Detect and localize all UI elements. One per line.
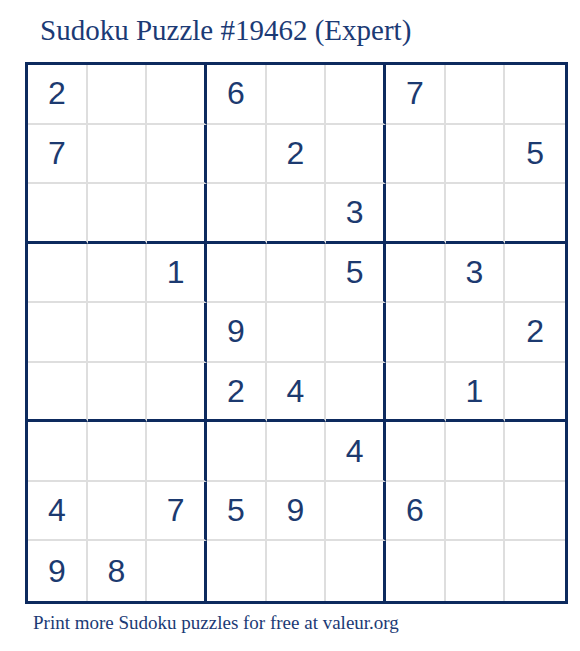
cell-r3c6: 3 — [326, 184, 386, 244]
cell-r2c6 — [326, 125, 386, 185]
cell-r8c9 — [505, 482, 565, 542]
cell-r5c5 — [267, 303, 327, 363]
cell-r3c7 — [386, 184, 446, 244]
cell-r9c1: 9 — [28, 541, 88, 601]
cell-r8c2 — [88, 482, 148, 542]
cell-r5c3 — [147, 303, 207, 363]
cell-r1c8 — [446, 65, 506, 125]
cell-r1c3 — [147, 65, 207, 125]
cell-r9c7 — [386, 541, 446, 601]
cell-r4c6: 5 — [326, 244, 386, 304]
cell-r6c5: 4 — [267, 363, 327, 423]
cell-r8c5: 9 — [267, 482, 327, 542]
cell-r3c3 — [147, 184, 207, 244]
cell-r6c6 — [326, 363, 386, 423]
cell-r1c1: 2 — [28, 65, 88, 125]
cell-r5c1 — [28, 303, 88, 363]
cell-r9c4 — [207, 541, 267, 601]
cell-r1c9 — [505, 65, 565, 125]
cell-r1c2 — [88, 65, 148, 125]
cell-r3c2 — [88, 184, 148, 244]
cell-r6c2 — [88, 363, 148, 423]
cell-r8c4: 5 — [207, 482, 267, 542]
cell-r4c4 — [207, 244, 267, 304]
cell-r7c3 — [147, 422, 207, 482]
cell-r2c1: 7 — [28, 125, 88, 185]
cell-r4c9 — [505, 244, 565, 304]
cell-r3c8 — [446, 184, 506, 244]
cell-r7c1 — [28, 422, 88, 482]
cell-r2c7 — [386, 125, 446, 185]
cell-r9c5 — [267, 541, 327, 601]
cell-r6c4: 2 — [207, 363, 267, 423]
cell-r5c7 — [386, 303, 446, 363]
cell-r1c4: 6 — [207, 65, 267, 125]
cell-r6c9 — [505, 363, 565, 423]
cell-r6c1 — [28, 363, 88, 423]
cell-r1c5 — [267, 65, 327, 125]
cell-r5c4: 9 — [207, 303, 267, 363]
cell-r4c3: 1 — [147, 244, 207, 304]
cell-r8c3: 7 — [147, 482, 207, 542]
footer-note: Print more Sudoku puzzles for free at va… — [33, 612, 399, 634]
cell-r8c7: 6 — [386, 482, 446, 542]
cell-r7c2 — [88, 422, 148, 482]
cell-r6c8: 1 — [446, 363, 506, 423]
cell-r9c8 — [446, 541, 506, 601]
cell-r2c5: 2 — [267, 125, 327, 185]
cell-r3c5 — [267, 184, 327, 244]
cell-r3c9 — [505, 184, 565, 244]
cell-r6c7 — [386, 363, 446, 423]
cell-r9c2: 8 — [88, 541, 148, 601]
cell-r4c8: 3 — [446, 244, 506, 304]
cell-r2c2 — [88, 125, 148, 185]
cell-r9c9 — [505, 541, 565, 601]
cell-r1c6 — [326, 65, 386, 125]
cell-r1c7: 7 — [386, 65, 446, 125]
cell-r4c2 — [88, 244, 148, 304]
cell-r3c1 — [28, 184, 88, 244]
cell-r2c8 — [446, 125, 506, 185]
cell-r8c8 — [446, 482, 506, 542]
cell-r7c8 — [446, 422, 506, 482]
cell-r9c6 — [326, 541, 386, 601]
cell-r2c3 — [147, 125, 207, 185]
cell-r5c2 — [88, 303, 148, 363]
cell-r3c4 — [207, 184, 267, 244]
cell-r7c7 — [386, 422, 446, 482]
cell-r7c9 — [505, 422, 565, 482]
cell-r6c3 — [147, 363, 207, 423]
cell-r7c6: 4 — [326, 422, 386, 482]
cell-r4c5 — [267, 244, 327, 304]
sudoku-board: 26772531539224144759698 — [25, 62, 568, 604]
cell-r4c1 — [28, 244, 88, 304]
cell-r5c8 — [446, 303, 506, 363]
cell-r7c4 — [207, 422, 267, 482]
cell-r4c7 — [386, 244, 446, 304]
page-title: Sudoku Puzzle #19462 (Expert) — [40, 14, 411, 47]
cell-r2c9: 5 — [505, 125, 565, 185]
cell-r7c5 — [267, 422, 327, 482]
cell-r9c3 — [147, 541, 207, 601]
cell-r5c6 — [326, 303, 386, 363]
cell-r8c1: 4 — [28, 482, 88, 542]
cell-r2c4 — [207, 125, 267, 185]
cell-r5c9: 2 — [505, 303, 565, 363]
cell-r8c6 — [326, 482, 386, 542]
